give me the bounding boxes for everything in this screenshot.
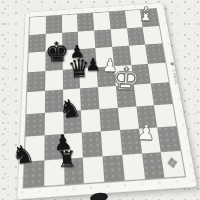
square-c7[interactable] xyxy=(62,31,79,50)
chess-board-mat: ❖ ◉ Chess xyxy=(18,3,198,199)
board-corner-emblem-icon: ❖ xyxy=(165,156,180,172)
square-b5[interactable] xyxy=(45,69,63,90)
square-c2[interactable] xyxy=(63,133,83,159)
square-d2[interactable] xyxy=(82,131,102,157)
square-c6[interactable] xyxy=(62,49,79,69)
square-h8[interactable] xyxy=(140,9,159,27)
square-d1[interactable] xyxy=(83,156,104,183)
square-e5[interactable] xyxy=(97,66,116,87)
square-b6[interactable] xyxy=(45,50,62,70)
square-e6[interactable] xyxy=(95,47,113,67)
square-d6[interactable] xyxy=(79,48,97,68)
square-c5[interactable] xyxy=(62,68,80,89)
square-d7[interactable] xyxy=(78,30,95,49)
square-b8[interactable] xyxy=(46,15,62,33)
square-h2[interactable] xyxy=(157,126,180,152)
square-e2[interactable] xyxy=(101,130,122,156)
square-e4[interactable] xyxy=(98,86,118,109)
square-a3[interactable] xyxy=(26,112,45,136)
square-a8[interactable] xyxy=(29,16,45,34)
square-h6[interactable] xyxy=(145,43,165,63)
square-a1[interactable] xyxy=(24,160,44,188)
board-brand-mark: ◉ Chess xyxy=(169,60,178,85)
square-b2[interactable] xyxy=(44,134,63,160)
square-d5[interactable] xyxy=(79,67,98,88)
square-h7[interactable] xyxy=(143,26,162,45)
square-a5[interactable] xyxy=(27,71,45,92)
square-e8[interactable] xyxy=(93,12,110,30)
square-e1[interactable] xyxy=(103,154,125,181)
square-b4[interactable] xyxy=(45,90,63,113)
square-e3[interactable] xyxy=(99,107,119,131)
square-h1[interactable]: ❖ xyxy=(161,150,185,177)
square-e7[interactable] xyxy=(94,29,112,48)
brand-logo-icon: ◉ xyxy=(169,60,175,66)
square-b1[interactable] xyxy=(44,158,64,186)
table-surface: ❖ ◉ Chess ♝♚♟♟♟♛♚♞♟♟♞♜ xyxy=(0,0,200,200)
square-h5[interactable] xyxy=(148,62,169,83)
square-b7[interactable] xyxy=(45,32,62,51)
square-d8[interactable] xyxy=(77,13,94,31)
chess-board: ❖ xyxy=(24,9,185,188)
square-d4[interactable] xyxy=(80,87,99,110)
square-a4[interactable] xyxy=(26,91,44,114)
square-a7[interactable] xyxy=(29,34,46,53)
square-a6[interactable] xyxy=(28,52,45,72)
square-h4[interactable] xyxy=(151,82,172,105)
square-c3[interactable] xyxy=(63,110,82,134)
square-b3[interactable] xyxy=(44,111,63,135)
brand-text: Chess xyxy=(171,69,179,85)
square-c1[interactable] xyxy=(64,157,85,184)
square-d3[interactable] xyxy=(81,109,101,133)
square-c4[interactable] xyxy=(63,88,82,111)
square-c8[interactable] xyxy=(61,14,77,32)
square-h3[interactable] xyxy=(154,103,176,127)
square-a2[interactable] xyxy=(25,135,45,161)
